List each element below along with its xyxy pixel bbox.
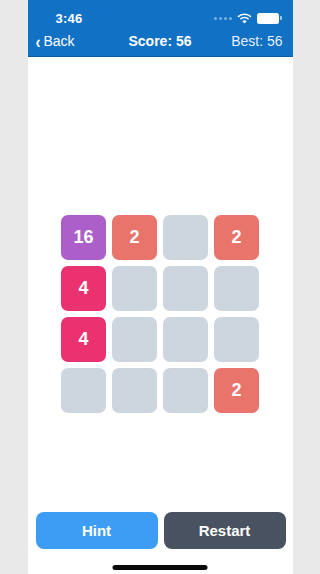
empty-cell[interactable]	[163, 266, 208, 311]
back-label: Back	[44, 33, 75, 49]
empty-cell[interactable]	[163, 368, 208, 413]
back-chevron-icon: ‹	[36, 32, 41, 51]
home-indicator[interactable]	[113, 565, 208, 570]
tile-16[interactable]: 16	[61, 215, 106, 260]
tile-4[interactable]: 4	[61, 266, 106, 311]
tile-2[interactable]: 2	[214, 368, 259, 413]
navigation-bar: ‹ Back Score: 56 Best: 56	[28, 30, 293, 57]
board-grid[interactable]: 1622442	[61, 215, 259, 413]
wifi-icon	[237, 13, 252, 24]
empty-cell[interactable]	[112, 317, 157, 362]
status-icons	[214, 13, 279, 24]
hint-button[interactable]: Hint	[36, 512, 158, 549]
empty-cell[interactable]	[112, 266, 157, 311]
status-bar: 3:46	[28, 0, 293, 30]
tile-2[interactable]: 2	[214, 215, 259, 260]
tile-2[interactable]: 2	[112, 215, 157, 260]
empty-cell[interactable]	[214, 317, 259, 362]
restart-button[interactable]: Restart	[164, 512, 286, 549]
empty-cell[interactable]	[163, 317, 208, 362]
cellular-signal-icon	[214, 17, 232, 20]
empty-cell[interactable]	[112, 368, 157, 413]
back-button[interactable]: ‹ Back	[36, 33, 75, 49]
best-score-label: Best: 56	[231, 33, 282, 49]
battery-icon	[257, 13, 279, 24]
tile-4[interactable]: 4	[61, 317, 106, 362]
empty-cell[interactable]	[163, 215, 208, 260]
empty-cell[interactable]	[61, 368, 106, 413]
status-time: 3:46	[56, 11, 83, 26]
bottom-buttons: Hint Restart	[36, 512, 286, 549]
top-bars: 3:46 ‹ Back Score: 56 Best: 56	[28, 0, 293, 57]
app-screen: 3:46 ‹ Back Score: 56 Best: 56	[28, 0, 293, 574]
empty-cell[interactable]	[214, 266, 259, 311]
